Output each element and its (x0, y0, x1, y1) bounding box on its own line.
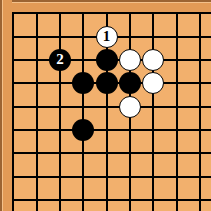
stone-black-E16[interactable] (96, 72, 118, 94)
move-number-label: 1 (103, 29, 111, 44)
stone-white-F17[interactable] (119, 49, 141, 71)
stone-white-F15[interactable] (119, 96, 141, 118)
stone-black-D16[interactable] (72, 72, 94, 94)
stone-white-G16[interactable] (142, 72, 164, 94)
stone-black-D14[interactable] (72, 119, 94, 141)
stone-white-move-1-E18[interactable]: 1 (96, 26, 118, 48)
stone-black-E17[interactable] (96, 49, 118, 71)
move-number-label: 2 (56, 52, 64, 67)
stone-black-F16[interactable] (119, 72, 141, 94)
stone-white-G17[interactable] (142, 49, 164, 71)
go-diagram: 12 (0, 0, 211, 211)
go-board[interactable]: 12 (2, 2, 211, 211)
stone-black-move-2-C17[interactable]: 2 (49, 49, 71, 71)
